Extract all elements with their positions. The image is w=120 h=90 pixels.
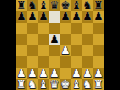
white-pawn[interactable]: ♟ [39, 68, 49, 79]
square-d7[interactable] [49, 11, 60, 22]
square-b8[interactable]: ♞ [27, 0, 38, 11]
square-d5[interactable]: ♟ [49, 34, 60, 45]
square-b3[interactable] [27, 56, 38, 67]
black-pawn[interactable]: ♟ [83, 11, 93, 22]
square-e3[interactable] [60, 56, 71, 67]
square-c4[interactable] [38, 45, 49, 56]
white-rook[interactable]: ♜ [17, 79, 27, 90]
square-g8[interactable]: ♞ [82, 0, 93, 11]
white-bishop[interactable]: ♝ [72, 79, 82, 90]
square-c7[interactable]: ♟ [38, 11, 49, 22]
square-b1[interactable]: ♞ [27, 79, 38, 90]
square-d4[interactable] [49, 45, 60, 56]
square-e1[interactable]: ♚ [60, 79, 71, 90]
square-c6[interactable] [38, 23, 49, 34]
square-g6[interactable] [82, 23, 93, 34]
square-h6[interactable] [93, 23, 104, 34]
square-e4[interactable]: ♟ [60, 45, 71, 56]
square-b6[interactable] [27, 23, 38, 34]
black-pawn[interactable]: ♟ [50, 34, 60, 45]
square-d8[interactable]: ♛ [49, 0, 60, 11]
square-e8[interactable]: ♚ [60, 0, 71, 11]
square-f1[interactable]: ♝ [71, 79, 82, 90]
square-c2[interactable]: ♟ [38, 68, 49, 79]
white-pawn[interactable]: ♟ [94, 68, 104, 79]
square-d2[interactable]: ♟ [49, 68, 60, 79]
square-d1[interactable]: ♛ [49, 79, 60, 90]
black-pawn[interactable]: ♟ [39, 11, 49, 22]
square-a8[interactable]: ♜ [16, 0, 27, 11]
chess-board: ♜♞♝♛♚♝♞♜♟♟♟♟♟♟♟♟♟♟♟♟♟♟♟♟♜♞♝♛♚♝♞♜ [16, 0, 104, 90]
square-g5[interactable] [82, 34, 93, 45]
square-h4[interactable] [93, 45, 104, 56]
square-b4[interactable] [27, 45, 38, 56]
square-f2[interactable]: ♟ [71, 68, 82, 79]
white-knight[interactable]: ♞ [83, 79, 93, 90]
square-h5[interactable] [93, 34, 104, 45]
square-b7[interactable]: ♟ [27, 11, 38, 22]
black-pawn[interactable]: ♟ [28, 11, 38, 22]
square-c5[interactable] [38, 34, 49, 45]
square-f4[interactable] [71, 45, 82, 56]
black-queen[interactable]: ♛ [50, 0, 60, 11]
white-rook[interactable]: ♜ [94, 79, 104, 90]
square-a7[interactable]: ♟ [16, 11, 27, 22]
white-pawn[interactable]: ♟ [72, 68, 82, 79]
square-h7[interactable]: ♟ [93, 11, 104, 22]
square-d3[interactable] [49, 56, 60, 67]
square-a6[interactable] [16, 23, 27, 34]
white-pawn[interactable]: ♟ [83, 68, 93, 79]
white-king[interactable]: ♚ [61, 79, 71, 90]
square-g1[interactable]: ♞ [82, 79, 93, 90]
video-frame: ♜♞♝♛♚♝♞♜♟♟♟♟♟♟♟♟♟♟♟♟♟♟♟♟♜♞♝♛♚♝♞♜ [0, 0, 120, 90]
square-b2[interactable]: ♟ [27, 68, 38, 79]
white-bishop[interactable]: ♝ [39, 79, 49, 90]
black-bishop[interactable]: ♝ [72, 0, 82, 11]
square-f3[interactable] [71, 56, 82, 67]
square-e5[interactable] [60, 34, 71, 45]
square-g2[interactable]: ♟ [82, 68, 93, 79]
black-rook[interactable]: ♜ [17, 0, 27, 11]
square-f8[interactable]: ♝ [71, 0, 82, 11]
square-g7[interactable]: ♟ [82, 11, 93, 22]
black-pawn[interactable]: ♟ [94, 11, 104, 22]
black-rook[interactable]: ♜ [94, 0, 104, 11]
black-king[interactable]: ♚ [61, 0, 71, 11]
square-f6[interactable] [71, 23, 82, 34]
square-c3[interactable] [38, 56, 49, 67]
square-h8[interactable]: ♜ [93, 0, 104, 11]
square-b5[interactable] [27, 34, 38, 45]
white-queen[interactable]: ♛ [50, 79, 60, 90]
square-g4[interactable] [82, 45, 93, 56]
square-c8[interactable]: ♝ [38, 0, 49, 11]
black-bishop[interactable]: ♝ [39, 0, 49, 11]
square-e6[interactable] [60, 23, 71, 34]
square-a5[interactable] [16, 34, 27, 45]
black-pawn[interactable]: ♟ [61, 11, 71, 22]
square-a4[interactable] [16, 45, 27, 56]
square-e2[interactable] [60, 68, 71, 79]
white-pawn[interactable]: ♟ [28, 68, 38, 79]
white-pawn[interactable]: ♟ [61, 45, 71, 56]
white-pawn[interactable]: ♟ [50, 68, 60, 79]
square-h2[interactable]: ♟ [93, 68, 104, 79]
square-a3[interactable] [16, 56, 27, 67]
square-f5[interactable] [71, 34, 82, 45]
black-pawn[interactable]: ♟ [17, 11, 27, 22]
black-knight[interactable]: ♞ [83, 0, 93, 11]
black-knight[interactable]: ♞ [28, 0, 38, 11]
square-g3[interactable] [82, 56, 93, 67]
square-a2[interactable]: ♟ [16, 68, 27, 79]
white-knight[interactable]: ♞ [28, 79, 38, 90]
white-pawn[interactable]: ♟ [17, 68, 27, 79]
square-h1[interactable]: ♜ [93, 79, 104, 90]
black-pawn[interactable]: ♟ [72, 11, 82, 22]
square-d6[interactable] [49, 23, 60, 34]
square-a1[interactable]: ♜ [16, 79, 27, 90]
square-c1[interactable]: ♝ [38, 79, 49, 90]
square-h3[interactable] [93, 56, 104, 67]
square-f7[interactable]: ♟ [71, 11, 82, 22]
square-e7[interactable]: ♟ [60, 11, 71, 22]
